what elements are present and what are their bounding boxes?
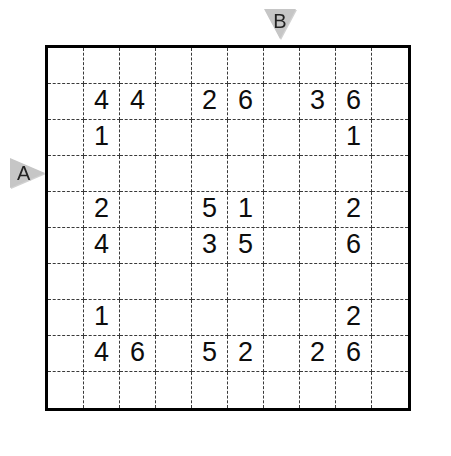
- cell-r5c8[interactable]: [300, 192, 336, 228]
- clue-number: 1: [94, 123, 109, 150]
- cell-r10c6[interactable]: [228, 372, 264, 408]
- cell-r2c3[interactable]: 4: [120, 84, 156, 120]
- cell-r7c6[interactable]: [228, 264, 264, 300]
- cell-r5c3[interactable]: [120, 192, 156, 228]
- cell-r3c4[interactable]: [156, 120, 192, 156]
- cell-r1c9[interactable]: [336, 48, 372, 84]
- cell-r4c4[interactable]: [156, 156, 192, 192]
- cell-r4c10[interactable]: [372, 156, 408, 192]
- clue-number: 4: [94, 339, 109, 366]
- cell-r8c8[interactable]: [300, 300, 336, 336]
- cell-r5c2[interactable]: 2: [84, 192, 120, 228]
- cell-r1c3[interactable]: [120, 48, 156, 84]
- cell-r3c3[interactable]: [120, 120, 156, 156]
- cell-r10c4[interactable]: [156, 372, 192, 408]
- cell-r4c3[interactable]: [120, 156, 156, 192]
- cell-r4c9[interactable]: [336, 156, 372, 192]
- cell-r10c7[interactable]: [264, 372, 300, 408]
- cell-r2c8[interactable]: 3: [300, 84, 336, 120]
- cell-r5c6[interactable]: 1: [228, 192, 264, 228]
- cell-r4c1[interactable]: [48, 156, 84, 192]
- cell-r4c2[interactable]: [84, 156, 120, 192]
- cell-r4c5[interactable]: [192, 156, 228, 192]
- cell-r1c1[interactable]: [48, 48, 84, 84]
- cell-r8c4[interactable]: [156, 300, 192, 336]
- cell-r7c9[interactable]: [336, 264, 372, 300]
- cell-r3c7[interactable]: [264, 120, 300, 156]
- cell-r9c5[interactable]: 5: [192, 336, 228, 372]
- cell-r5c9[interactable]: 2: [336, 192, 372, 228]
- cell-r6c4[interactable]: [156, 228, 192, 264]
- cell-r8c10[interactable]: [372, 300, 408, 336]
- answer-marker-b: B: [264, 9, 296, 39]
- cell-r6c5[interactable]: 3: [192, 228, 228, 264]
- clue-number: 5: [202, 339, 217, 366]
- cell-r9c7[interactable]: [264, 336, 300, 372]
- cell-r8c7[interactable]: [264, 300, 300, 336]
- cell-r1c8[interactable]: [300, 48, 336, 84]
- cell-r7c5[interactable]: [192, 264, 228, 300]
- cell-r2c7[interactable]: [264, 84, 300, 120]
- cell-r6c3[interactable]: [120, 228, 156, 264]
- clue-number: 6: [346, 339, 361, 366]
- cell-r7c3[interactable]: [120, 264, 156, 300]
- clue-number: 2: [346, 303, 361, 330]
- clue-number: 4: [130, 87, 145, 114]
- cell-r2c6[interactable]: 6: [228, 84, 264, 120]
- cell-r7c1[interactable]: [48, 264, 84, 300]
- cell-r6c1[interactable]: [48, 228, 84, 264]
- cell-r3c5[interactable]: [192, 120, 228, 156]
- clue-number: 1: [346, 123, 361, 150]
- clue-number: 6: [238, 87, 253, 114]
- cell-r6c2[interactable]: 4: [84, 228, 120, 264]
- cell-r7c10[interactable]: [372, 264, 408, 300]
- cell-r6c10[interactable]: [372, 228, 408, 264]
- cell-r4c8[interactable]: [300, 156, 336, 192]
- puzzle-grid: 442636112512435612465226: [45, 45, 411, 411]
- clue-number: 5: [238, 231, 253, 258]
- cell-r3c6[interactable]: [228, 120, 264, 156]
- cell-r8c5[interactable]: [192, 300, 228, 336]
- cell-r5c7[interactable]: [264, 192, 300, 228]
- cell-r2c2[interactable]: 4: [84, 84, 120, 120]
- cell-r9c10[interactable]: [372, 336, 408, 372]
- cell-r2c4[interactable]: [156, 84, 192, 120]
- clue-number: 2: [310, 339, 325, 366]
- cell-r7c2[interactable]: [84, 264, 120, 300]
- cell-r5c1[interactable]: [48, 192, 84, 228]
- cell-r9c8[interactable]: 2: [300, 336, 336, 372]
- clue-number: 3: [310, 87, 325, 114]
- cell-r8c9[interactable]: 2: [336, 300, 372, 336]
- cell-r7c4[interactable]: [156, 264, 192, 300]
- cell-r5c10[interactable]: [372, 192, 408, 228]
- clue-number: 5: [202, 195, 217, 222]
- cell-r1c5[interactable]: [192, 48, 228, 84]
- cell-r9c9[interactable]: 6: [336, 336, 372, 372]
- cell-r8c6[interactable]: [228, 300, 264, 336]
- cell-r3c8[interactable]: [300, 120, 336, 156]
- marker-a-label: A: [10, 162, 30, 185]
- cell-r4c6[interactable]: [228, 156, 264, 192]
- clue-number: 6: [346, 87, 361, 114]
- cell-r5c5[interactable]: 5: [192, 192, 228, 228]
- cell-r3c1[interactable]: [48, 120, 84, 156]
- clue-number: 6: [346, 231, 361, 258]
- cell-r7c7[interactable]: [264, 264, 300, 300]
- cell-r9c1[interactable]: [48, 336, 84, 372]
- clue-number: 2: [94, 195, 109, 222]
- cell-r10c3[interactable]: [120, 372, 156, 408]
- cell-r8c3[interactable]: [120, 300, 156, 336]
- cell-r2c1[interactable]: [48, 84, 84, 120]
- clue-number: 6: [130, 339, 145, 366]
- cell-r6c9[interactable]: 6: [336, 228, 372, 264]
- cell-r9c4[interactable]: [156, 336, 192, 372]
- cell-r5c4[interactable]: [156, 192, 192, 228]
- clue-number: 3: [202, 231, 217, 258]
- cell-r2c9[interactable]: 6: [336, 84, 372, 120]
- cell-r6c7[interactable]: [264, 228, 300, 264]
- cell-r1c6[interactable]: [228, 48, 264, 84]
- cell-r8c2[interactable]: 1: [84, 300, 120, 336]
- cell-r1c7[interactable]: [264, 48, 300, 84]
- clue-number: 2: [202, 87, 217, 114]
- cell-r2c10[interactable]: [372, 84, 408, 120]
- cell-r2c5[interactable]: 2: [192, 84, 228, 120]
- cell-r3c9[interactable]: 1: [336, 120, 372, 156]
- answer-marker-a: A: [10, 158, 45, 188]
- cell-r3c2[interactable]: 1: [84, 120, 120, 156]
- cell-r1c10[interactable]: [372, 48, 408, 84]
- cell-r3c10[interactable]: [372, 120, 408, 156]
- cell-r9c3[interactable]: 6: [120, 336, 156, 372]
- cell-r4c7[interactable]: [264, 156, 300, 192]
- cell-r10c10[interactable]: [372, 372, 408, 408]
- cell-r1c4[interactable]: [156, 48, 192, 84]
- cell-r10c9[interactable]: [336, 372, 372, 408]
- clue-number: 4: [94, 87, 109, 114]
- cell-r10c5[interactable]: [192, 372, 228, 408]
- cell-r10c2[interactable]: [84, 372, 120, 408]
- clue-number: 2: [238, 339, 253, 366]
- cell-r10c8[interactable]: [300, 372, 336, 408]
- clue-number: 4: [94, 231, 109, 258]
- cell-r9c2[interactable]: 4: [84, 336, 120, 372]
- cell-r6c6[interactable]: 5: [228, 228, 264, 264]
- cell-r9c6[interactable]: 2: [228, 336, 264, 372]
- clue-number: 1: [94, 303, 109, 330]
- clue-number: 1: [238, 195, 253, 222]
- clue-number: 2: [346, 195, 361, 222]
- puzzle-canvas: B A 442636112512435612465226: [0, 0, 451, 456]
- cell-r7c8[interactable]: [300, 264, 336, 300]
- marker-b-label: B: [273, 9, 286, 39]
- cell-r6c8[interactable]: [300, 228, 336, 264]
- cell-r10c1[interactable]: [48, 372, 84, 408]
- cell-r8c1[interactable]: [48, 300, 84, 336]
- cell-r1c2[interactable]: [84, 48, 120, 84]
